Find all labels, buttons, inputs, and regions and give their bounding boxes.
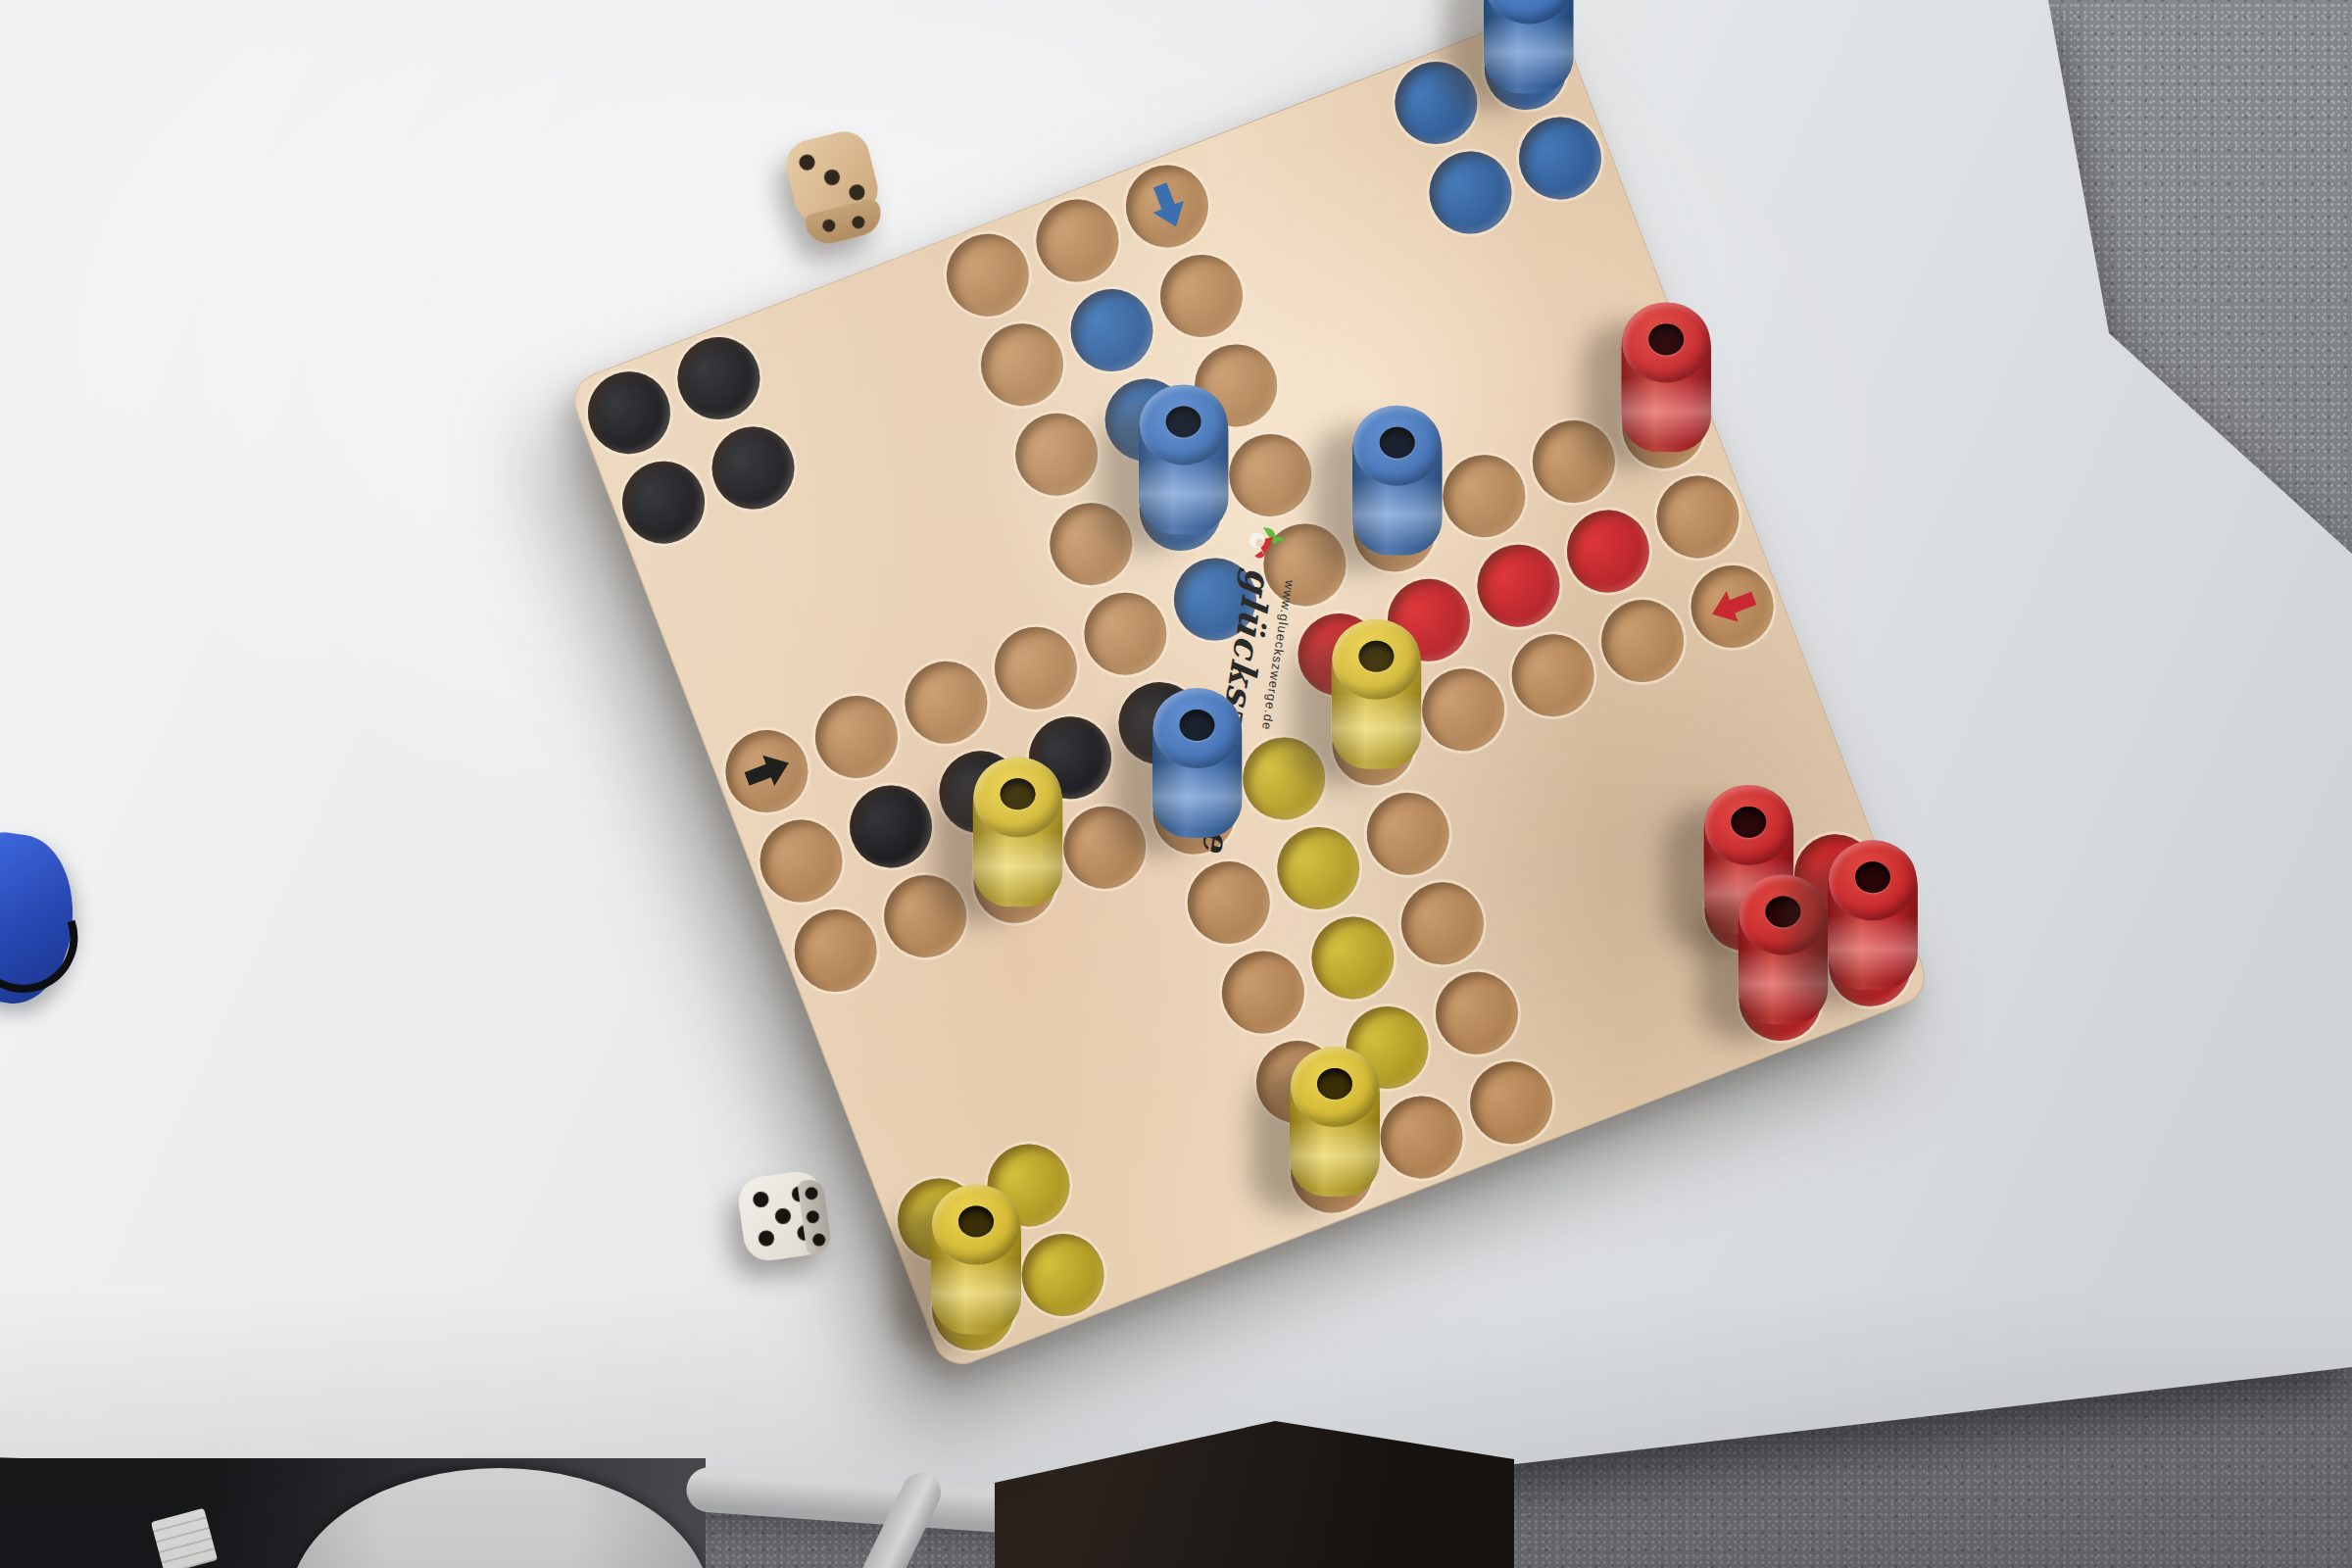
peg-blue-1[interactable] xyxy=(1484,0,1574,93)
peg-yellow-1[interactable] xyxy=(973,761,1063,906)
gnome-icon xyxy=(1239,519,1290,567)
hole-track-r1c4[interactable] xyxy=(969,312,1076,418)
die-pip xyxy=(811,1233,826,1248)
hole-track-r6c3[interactable] xyxy=(1052,794,1158,901)
die-pip xyxy=(805,1186,819,1200)
hole-track-r4c8[interactable] xyxy=(1431,443,1538,550)
peg-yellow-3[interactable] xyxy=(931,1190,1021,1335)
hole-track-r6c8[interactable] xyxy=(1499,622,1606,729)
peg-blue-3[interactable] xyxy=(1352,411,1443,556)
hole-track-r4c4[interactable] xyxy=(1072,580,1179,687)
hole-track-r8c6[interactable] xyxy=(1390,870,1496,977)
peg-blue-4[interactable] xyxy=(1151,693,1242,838)
blue-start-arrow-icon xyxy=(1142,177,1195,233)
hole-goal-red-r5c8[interactable] xyxy=(1465,532,1572,639)
die-pip xyxy=(758,1229,775,1247)
hole-track-r6c0[interactable] xyxy=(782,898,889,1004)
hole-track-r6c9[interactable] xyxy=(1590,588,1696,695)
hole-track-r9c6[interactable] xyxy=(1424,960,1531,1067)
hole-home-blue-r1c9[interactable] xyxy=(1417,139,1524,246)
hole-track-r1c6[interactable] xyxy=(1149,243,1255,350)
die-pip xyxy=(821,219,837,234)
hole-goal-black-r5c1[interactable] xyxy=(838,773,945,880)
hole-track-r5c0[interactable] xyxy=(748,808,855,914)
die-pip xyxy=(753,1191,770,1208)
die-pip xyxy=(822,168,841,186)
black-start-arrow-icon xyxy=(740,745,796,798)
die-pip xyxy=(847,182,865,201)
peg-red-3[interactable] xyxy=(1738,879,1828,1024)
hole-track-r6c7[interactable] xyxy=(1410,657,1517,763)
hole-track-r0c5[interactable] xyxy=(1024,187,1131,294)
hole-track-r4c2[interactable] xyxy=(893,650,1000,757)
hole-home-black-r0c1[interactable] xyxy=(665,325,772,432)
hole-home-black-r1c0[interactable] xyxy=(611,449,717,556)
peg-red-4[interactable] xyxy=(1828,845,1918,990)
hole-goal-yellow-r8c5[interactable] xyxy=(1299,905,1406,1011)
hole-start-arrow-blue-r0c6[interactable] xyxy=(1114,153,1221,260)
hole-home-blue-r0c9[interactable] xyxy=(1383,50,1490,157)
hole-start-arrow-black-r4c0[interactable] xyxy=(713,718,820,825)
hole-track-r7c6[interactable] xyxy=(1354,781,1461,888)
hole-track-r4c1[interactable] xyxy=(804,684,910,791)
peg-yellow-2[interactable] xyxy=(1331,624,1421,769)
die-pip xyxy=(806,1209,820,1224)
hole-goal-red-r5c9[interactable] xyxy=(1555,498,1662,605)
peg-red-1[interactable] xyxy=(1621,307,1711,452)
hole-goal-blue-r1c5[interactable] xyxy=(1058,277,1165,384)
peg-yellow-4[interactable] xyxy=(1290,1052,1380,1197)
hole-start-arrow-red-r6c10[interactable] xyxy=(1679,554,1786,661)
hole-track-r2c4[interactable] xyxy=(1004,401,1110,508)
hole-track-r3c4[interactable] xyxy=(1038,491,1145,598)
hole-track-r10c6[interactable] xyxy=(1458,1050,1565,1156)
hole-home-yellow-r10c1[interactable] xyxy=(1009,1222,1116,1329)
hole-home-black-r0c0[interactable] xyxy=(576,360,683,466)
hole-home-black-r1c1[interactable] xyxy=(700,415,807,521)
white-die[interactable] xyxy=(735,1168,830,1263)
hole-track-r5c10[interactable] xyxy=(1644,464,1751,570)
die-pip xyxy=(851,215,866,230)
hole-track-r7c4[interactable] xyxy=(1175,850,1282,956)
hole-track-r10c5[interactable] xyxy=(1368,1084,1475,1191)
scene: www.glueckszwerge.de glückszwerge xyxy=(0,0,2352,1568)
die-pip xyxy=(798,153,816,171)
hole-track-r3c6[interactable] xyxy=(1217,422,1324,529)
hole-home-blue-r1c10[interactable] xyxy=(1507,105,1614,212)
die-pip xyxy=(774,1207,792,1225)
hole-track-r4c3[interactable] xyxy=(983,614,1090,721)
hole-track-r0c4[interactable] xyxy=(935,221,1042,328)
hole-track-r6c1[interactable] xyxy=(872,863,979,970)
hole-track-r8c4[interactable] xyxy=(1210,939,1317,1046)
peg-blue-2[interactable] xyxy=(1139,389,1229,534)
hole-track-r4c9[interactable] xyxy=(1521,409,1628,515)
red-start-arrow-icon xyxy=(1705,580,1761,633)
